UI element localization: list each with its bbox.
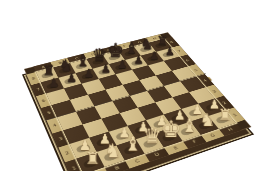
piece-black-pawn: ♟ [161,46,178,57]
piece-white-rook: ♜ [81,150,103,167]
coordinate-label: 3 [58,136,63,141]
coordinate-label: G [209,133,216,138]
piece-white-bishop: ♝ [122,134,143,154]
piece-white-bishop: ♝ [179,116,200,135]
coordinate-label: 4 [52,123,57,128]
coordinate-label: 5 [194,68,199,72]
coordinate-label: B [114,165,120,171]
coordinate-label: D [154,152,161,157]
coordinate-label: 3 [212,90,217,94]
coordinate-label: 7 [36,87,41,91]
piece-white-king: ♚ [161,118,182,141]
chess-set-photo: ABCDEFGH ABCDEFGH 87654321 87654321 ♜♞♝♛… [0,0,260,171]
piece-black-pawn: ♟ [80,67,98,79]
coordinate-label: F [192,139,198,144]
coordinate-label: H [227,127,234,132]
coordinate-label: 6 [41,99,46,103]
piece-black-pawn: ♟ [130,54,148,65]
coordinate-label: C [134,158,140,163]
piece-black-pawn: ♟ [97,63,115,74]
piece-white-rook: ♜ [215,107,235,123]
piece-black-pawn: ♟ [44,77,63,89]
coordinate-label: 4 [202,79,207,83]
square-g6 [148,61,172,75]
piece-black-pawn: ♟ [113,58,131,69]
coordinate-label: 6 [185,59,190,62]
square-a1: ♜ [76,152,104,171]
piece-black-pawn: ♟ [62,72,80,84]
piece-white-queen: ♛ [142,126,163,147]
piece-white-knight: ♞ [102,141,124,160]
piece-black-pawn: ♟ [146,50,163,61]
piece-white-knight: ♞ [197,111,217,129]
coordinate-label: 1 [71,165,77,170]
coordinate-label: E [173,145,179,150]
coordinate-label: 8 [31,77,35,81]
coordinate-label: 2 [65,150,70,155]
coordinate-label: 5 [47,110,52,114]
